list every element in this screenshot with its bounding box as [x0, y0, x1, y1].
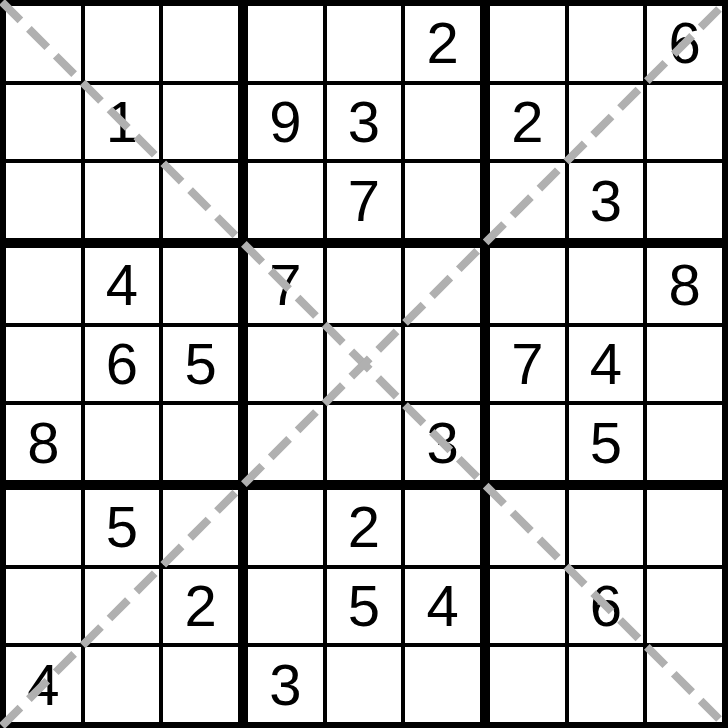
sudoku-board: 12937623465873874552425436	[0, 0, 728, 728]
cell-r9c8[interactable]	[569, 647, 644, 722]
cell-r8c3[interactable]: 2	[163, 569, 238, 644]
cell-r1c6[interactable]: 2	[405, 6, 480, 81]
cell-r7c9[interactable]	[647, 490, 722, 565]
cell-r3c3[interactable]	[163, 163, 238, 238]
cell-r5c6[interactable]	[405, 327, 480, 402]
cell-r1c2[interactable]	[85, 6, 160, 81]
cell-r1c5[interactable]	[327, 6, 402, 81]
cell-r5c8[interactable]: 4	[569, 327, 644, 402]
cell-r9c3[interactable]	[163, 647, 238, 722]
cell-r7c7[interactable]	[490, 490, 565, 565]
cell-r8c2[interactable]	[85, 569, 160, 644]
cell-r9c9[interactable]	[647, 647, 722, 722]
cell-r2c4[interactable]: 9	[248, 85, 323, 160]
cell-r6c2[interactable]	[85, 405, 160, 480]
cell-r3c5[interactable]: 7	[327, 163, 402, 238]
sudoku-box-2: 2937	[248, 6, 480, 238]
cell-r2c6[interactable]	[405, 85, 480, 160]
cell-r3c8[interactable]: 3	[569, 163, 644, 238]
cell-r4c9[interactable]: 8	[647, 248, 722, 323]
cell-r7c5[interactable]: 2	[327, 490, 402, 565]
cell-r5c4[interactable]	[248, 327, 323, 402]
cell-r1c7[interactable]	[490, 6, 565, 81]
cell-r8c1[interactable]	[6, 569, 81, 644]
cell-r8c8[interactable]: 6	[569, 569, 644, 644]
cell-r3c7[interactable]	[490, 163, 565, 238]
cell-r1c9[interactable]: 6	[647, 6, 722, 81]
cell-r9c4[interactable]: 3	[248, 647, 323, 722]
cell-r3c9[interactable]	[647, 163, 722, 238]
cell-r7c3[interactable]	[163, 490, 238, 565]
cell-r6c6[interactable]: 3	[405, 405, 480, 480]
cell-r5c7[interactable]: 7	[490, 327, 565, 402]
cell-r3c2[interactable]	[85, 163, 160, 238]
cell-r5c3[interactable]: 5	[163, 327, 238, 402]
cell-r8c6[interactable]: 4	[405, 569, 480, 644]
cell-r9c5[interactable]	[327, 647, 402, 722]
cell-r1c1[interactable]	[6, 6, 81, 81]
cell-r8c5[interactable]: 5	[327, 569, 402, 644]
cell-r2c2[interactable]: 1	[85, 85, 160, 160]
cell-r9c6[interactable]	[405, 647, 480, 722]
sudoku-box-1: 1	[6, 6, 238, 238]
cell-r5c5[interactable]	[327, 327, 402, 402]
cell-r7c2[interactable]: 5	[85, 490, 160, 565]
cell-r4c1[interactable]	[6, 248, 81, 323]
cell-r5c2[interactable]: 6	[85, 327, 160, 402]
cell-r2c5[interactable]: 3	[327, 85, 402, 160]
cell-r8c9[interactable]	[647, 569, 722, 644]
cell-r6c5[interactable]	[327, 405, 402, 480]
sudoku-box-6: 8745	[490, 248, 722, 480]
cell-r4c3[interactable]	[163, 248, 238, 323]
cell-r7c8[interactable]	[569, 490, 644, 565]
cell-r5c9[interactable]	[647, 327, 722, 402]
sudoku-grid: 12937623465873874552425436	[6, 6, 722, 722]
cell-r6c7[interactable]	[490, 405, 565, 480]
cell-r9c2[interactable]	[85, 647, 160, 722]
cell-r1c8[interactable]	[569, 6, 644, 81]
cell-r5c1[interactable]	[6, 327, 81, 402]
cell-r4c8[interactable]	[569, 248, 644, 323]
cell-r2c3[interactable]	[163, 85, 238, 160]
sudoku-box-8: 2543	[248, 490, 480, 722]
cell-r6c1[interactable]: 8	[6, 405, 81, 480]
cell-r4c2[interactable]: 4	[85, 248, 160, 323]
cell-r9c1[interactable]: 4	[6, 647, 81, 722]
cell-r3c1[interactable]	[6, 163, 81, 238]
cell-r4c7[interactable]	[490, 248, 565, 323]
cell-r7c4[interactable]	[248, 490, 323, 565]
cell-r6c3[interactable]	[163, 405, 238, 480]
cell-r4c4[interactable]: 7	[248, 248, 323, 323]
sudoku-box-7: 524	[6, 490, 238, 722]
cell-r8c7[interactable]	[490, 569, 565, 644]
cell-r9c7[interactable]	[490, 647, 565, 722]
cell-r6c4[interactable]	[248, 405, 323, 480]
cell-r6c8[interactable]: 5	[569, 405, 644, 480]
sudoku-box-3: 623	[490, 6, 722, 238]
cell-r2c9[interactable]	[647, 85, 722, 160]
sudoku-box-4: 4658	[6, 248, 238, 480]
sudoku-box-9: 6	[490, 490, 722, 722]
cell-r8c4[interactable]	[248, 569, 323, 644]
cell-r3c6[interactable]	[405, 163, 480, 238]
cell-r1c3[interactable]	[163, 6, 238, 81]
cell-r1c4[interactable]	[248, 6, 323, 81]
cell-r6c9[interactable]	[647, 405, 722, 480]
cell-r7c1[interactable]	[6, 490, 81, 565]
cell-r3c4[interactable]	[248, 163, 323, 238]
cell-r4c6[interactable]	[405, 248, 480, 323]
cell-r2c8[interactable]	[569, 85, 644, 160]
cell-r7c6[interactable]	[405, 490, 480, 565]
sudoku-box-5: 73	[248, 248, 480, 480]
cell-r2c1[interactable]	[6, 85, 81, 160]
cell-r4c5[interactable]	[327, 248, 402, 323]
cell-r2c7[interactable]: 2	[490, 85, 565, 160]
